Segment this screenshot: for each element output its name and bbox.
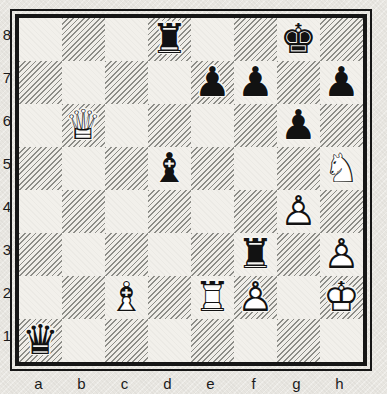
- square-b4[interactable]: [62, 190, 105, 233]
- square-h3[interactable]: ♟♙: [320, 233, 363, 276]
- square-d8[interactable]: ♜♜: [148, 18, 191, 61]
- board-inner-frame: ♜♜♚♚♟♟♟♟♟♟♛♕♟♟♝♝♞♘♟♙♜♜♟♙♝♗♜♖♟♙♚♔♛♛: [15, 14, 367, 366]
- square-b1[interactable]: [62, 319, 105, 362]
- square-g5[interactable]: [277, 147, 320, 190]
- black-rook-icon: ♜: [151, 18, 188, 59]
- square-d5[interactable]: ♝♝: [148, 147, 191, 190]
- black-pawn-icon: ♟: [323, 61, 360, 102]
- square-c2[interactable]: ♝♗: [105, 276, 148, 319]
- white-pawn-piece[interactable]: ♟♙: [234, 276, 277, 319]
- square-f5[interactable]: [234, 147, 277, 190]
- square-e2[interactable]: ♜♖: [191, 276, 234, 319]
- white-pawn-icon: ♙: [280, 190, 317, 231]
- square-f8[interactable]: [234, 18, 277, 61]
- square-h8[interactable]: [320, 18, 363, 61]
- white-knight-icon: ♘: [323, 147, 360, 188]
- square-h7[interactable]: ♟♟: [320, 61, 363, 104]
- white-king-icon: ♔: [323, 276, 360, 317]
- white-pawn-icon: ♙: [237, 276, 274, 317]
- square-d6[interactable]: [148, 104, 191, 147]
- square-e4[interactable]: [191, 190, 234, 233]
- square-d4[interactable]: [148, 190, 191, 233]
- white-knight-piece[interactable]: ♞♘: [320, 147, 363, 190]
- square-a4[interactable]: [19, 190, 62, 233]
- square-b7[interactable]: [62, 61, 105, 104]
- file-label-b: b: [60, 374, 103, 393]
- square-e5[interactable]: [191, 147, 234, 190]
- file-label-e: e: [189, 374, 232, 393]
- square-f3[interactable]: ♜♜: [234, 233, 277, 276]
- square-a5[interactable]: [19, 147, 62, 190]
- square-e3[interactable]: [191, 233, 234, 276]
- square-d1[interactable]: [148, 319, 191, 362]
- white-bishop-icon: ♗: [108, 276, 145, 317]
- square-g8[interactable]: ♚♚: [277, 18, 320, 61]
- square-c6[interactable]: [105, 104, 148, 147]
- square-e6[interactable]: [191, 104, 234, 147]
- square-b6[interactable]: ♛♕: [62, 104, 105, 147]
- white-king-piece[interactable]: ♚♔: [320, 276, 363, 319]
- white-bishop-piece[interactable]: ♝♗: [105, 276, 148, 319]
- square-h6[interactable]: [320, 104, 363, 147]
- white-rook-icon: ♖: [194, 276, 231, 317]
- square-a6[interactable]: [19, 104, 62, 147]
- black-queen-piece[interactable]: ♛♛: [19, 319, 62, 362]
- square-c4[interactable]: [105, 190, 148, 233]
- black-queen-icon: ♛: [22, 319, 59, 360]
- white-rook-piece[interactable]: ♜♖: [191, 276, 234, 319]
- square-c1[interactable]: [105, 319, 148, 362]
- square-d7[interactable]: [148, 61, 191, 104]
- black-king-icon: ♚: [280, 18, 317, 59]
- square-g7[interactable]: [277, 61, 320, 104]
- white-pawn-piece[interactable]: ♟♙: [320, 233, 363, 276]
- file-label-f: f: [232, 374, 275, 393]
- square-g1[interactable]: [277, 319, 320, 362]
- square-h4[interactable]: [320, 190, 363, 233]
- square-h1[interactable]: [320, 319, 363, 362]
- square-a2[interactable]: [19, 276, 62, 319]
- black-bishop-piece[interactable]: ♝♝: [148, 147, 191, 190]
- black-rook-icon: ♜: [237, 233, 274, 274]
- square-d3[interactable]: [148, 233, 191, 276]
- black-king-piece[interactable]: ♚♚: [277, 18, 320, 61]
- square-b5[interactable]: [62, 147, 105, 190]
- square-a3[interactable]: [19, 233, 62, 276]
- file-label-g: g: [275, 374, 318, 393]
- square-g2[interactable]: [277, 276, 320, 319]
- square-b2[interactable]: [62, 276, 105, 319]
- black-rook-piece[interactable]: ♜♜: [234, 233, 277, 276]
- white-queen-icon: ♕: [65, 104, 102, 145]
- black-pawn-piece[interactable]: ♟♟: [277, 104, 320, 147]
- black-pawn-icon: ♟: [280, 104, 317, 145]
- square-d2[interactable]: [148, 276, 191, 319]
- square-f4[interactable]: [234, 190, 277, 233]
- square-f2[interactable]: ♟♙: [234, 276, 277, 319]
- chess-board: ♜♜♚♚♟♟♟♟♟♟♛♕♟♟♝♝♞♘♟♙♜♜♟♙♝♗♜♖♟♙♚♔♛♛: [19, 18, 363, 362]
- square-a7[interactable]: [19, 61, 62, 104]
- black-pawn-piece[interactable]: ♟♟: [191, 61, 234, 104]
- black-bishop-icon: ♝: [151, 147, 188, 188]
- square-a1[interactable]: ♛♛: [19, 319, 62, 362]
- black-pawn-piece[interactable]: ♟♟: [234, 61, 277, 104]
- square-a8[interactable]: [19, 18, 62, 61]
- square-b8[interactable]: [62, 18, 105, 61]
- white-pawn-piece[interactable]: ♟♙: [277, 190, 320, 233]
- square-e8[interactable]: [191, 18, 234, 61]
- board-frame: ♜♜♚♚♟♟♟♟♟♟♛♕♟♟♝♝♞♘♟♙♜♜♟♙♝♗♜♖♟♙♚♔♛♛: [10, 9, 372, 371]
- square-e1[interactable]: [191, 319, 234, 362]
- square-c8[interactable]: [105, 18, 148, 61]
- black-pawn-icon: ♟: [237, 61, 274, 102]
- square-h5[interactable]: ♞♘: [320, 147, 363, 190]
- square-f1[interactable]: [234, 319, 277, 362]
- square-c3[interactable]: [105, 233, 148, 276]
- black-pawn-icon: ♟: [194, 61, 231, 102]
- white-queen-piece[interactable]: ♛♕: [62, 104, 105, 147]
- square-h2[interactable]: ♚♔: [320, 276, 363, 319]
- file-label-h: h: [318, 374, 361, 393]
- black-pawn-piece[interactable]: ♟♟: [320, 61, 363, 104]
- file-labels: abcdefgh: [19, 374, 363, 393]
- file-label-c: c: [103, 374, 146, 393]
- square-c5[interactable]: [105, 147, 148, 190]
- square-g6[interactable]: ♟♟: [277, 104, 320, 147]
- square-g3[interactable]: [277, 233, 320, 276]
- square-e7[interactable]: ♟♟: [191, 61, 234, 104]
- black-rook-piece[interactable]: ♜♜: [148, 18, 191, 61]
- square-f6[interactable]: [234, 104, 277, 147]
- chess-diagram: 87654321 ♜♜♚♚♟♟♟♟♟♟♛♕♟♟♝♝♞♘♟♙♜♜♟♙♝♗♜♖♟♙♚…: [0, 0, 387, 394]
- square-g4[interactable]: ♟♙: [277, 190, 320, 233]
- square-c7[interactable]: [105, 61, 148, 104]
- file-label-d: d: [146, 374, 189, 393]
- file-label-a: a: [17, 374, 60, 393]
- square-b3[interactable]: [62, 233, 105, 276]
- square-f7[interactable]: ♟♟: [234, 61, 277, 104]
- white-pawn-icon: ♙: [323, 233, 360, 274]
